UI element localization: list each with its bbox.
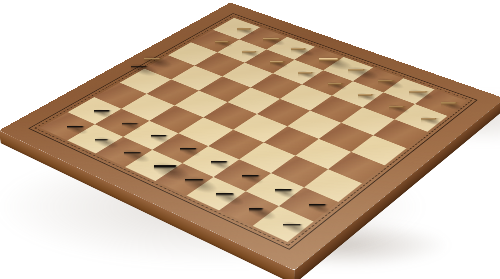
chess-board: ♜♛♛♟♞♟♝♟♚♟♛♟♝♟♟♞♜♟♟♜♞♟♟♝♟♚♟♛♟♝♟♞♟♜ (0, 2, 500, 270)
chess-set-photo: ♜♛♛♟♞♟♝♟♚♟♛♟♝♟♟♞♜♟♟♜♞♟♟♝♟♚♟♛♟♝♟♞♟♜ (0, 0, 500, 279)
